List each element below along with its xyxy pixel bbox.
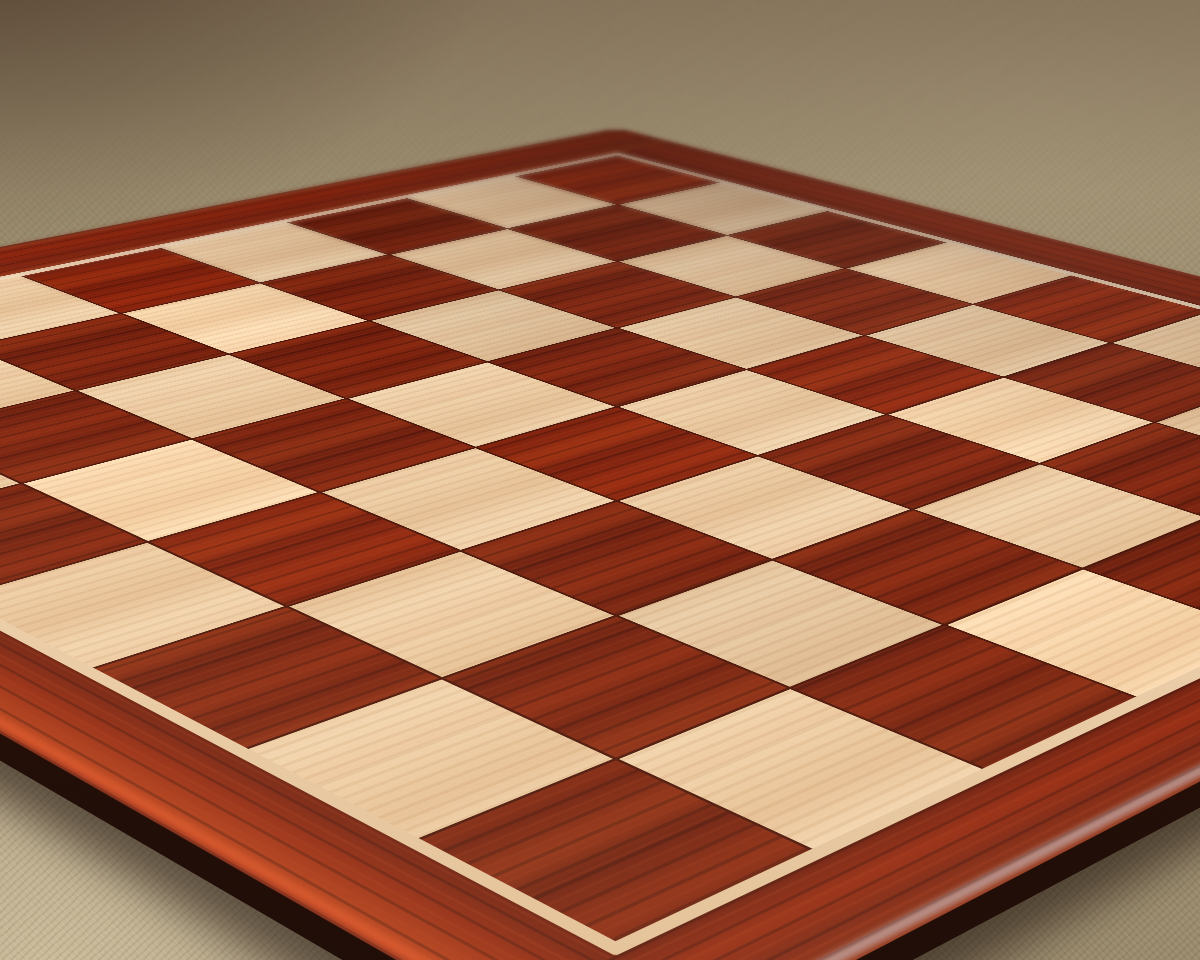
photo-scene (0, 0, 1200, 960)
board-rotation-wrapper (5, 0, 1200, 960)
chessboard (0, 128, 1200, 960)
chessboard-3d-wrapper (0, 128, 1200, 960)
